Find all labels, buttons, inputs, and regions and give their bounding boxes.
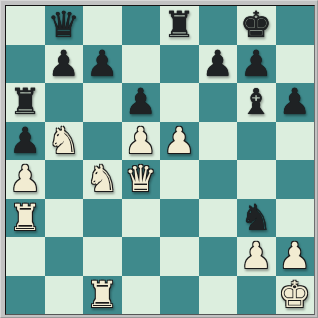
square-d6[interactable]: ♟ [122,83,161,122]
square-f6[interactable] [199,83,238,122]
square-d7[interactable] [122,45,161,84]
square-e5[interactable]: ♟ [160,122,199,161]
square-c2[interactable] [83,237,122,276]
square-f3[interactable] [199,199,238,238]
square-f5[interactable] [199,122,238,161]
square-g6[interactable]: ♝ [237,83,276,122]
square-a7[interactable] [6,45,45,84]
square-f1[interactable] [199,276,238,315]
piece-black-rook[interactable]: ♜ [163,6,195,45]
square-a1[interactable] [6,276,45,315]
square-c7[interactable]: ♟ [83,45,122,84]
piece-white-pawn[interactable]: ♟ [9,160,41,199]
square-e7[interactable] [160,45,199,84]
square-g3[interactable]: ♞ [237,199,276,238]
square-e2[interactable] [160,237,199,276]
square-c8[interactable] [83,6,122,45]
square-e6[interactable] [160,83,199,122]
square-b2[interactable] [45,237,84,276]
piece-white-pawn[interactable]: ♟ [163,122,195,161]
square-a8[interactable] [6,6,45,45]
square-c3[interactable] [83,199,122,238]
piece-white-knight[interactable]: ♞ [86,160,118,199]
square-b4[interactable] [45,160,84,199]
square-d8[interactable] [122,6,161,45]
square-a3[interactable]: ♜ [6,199,45,238]
square-e4[interactable] [160,160,199,199]
board-border: ♛♜♚♟♟♟♟♜♟♝♟♟♞♟♟♟♞♛♜♞♟♟♜♚ [5,5,315,315]
square-h1[interactable]: ♚ [276,276,315,315]
square-h5[interactable] [276,122,315,161]
square-c4[interactable]: ♞ [83,160,122,199]
piece-black-rook[interactable]: ♜ [9,83,41,122]
square-g4[interactable] [237,160,276,199]
square-d1[interactable] [122,276,161,315]
square-b6[interactable] [45,83,84,122]
square-g5[interactable] [237,122,276,161]
square-c5[interactable] [83,122,122,161]
square-h3[interactable] [276,199,315,238]
square-d4[interactable]: ♛ [122,160,161,199]
chess-board: ♛♜♚♟♟♟♟♜♟♝♟♟♞♟♟♟♞♛♜♞♟♟♜♚ [6,6,314,314]
piece-black-pawn[interactable]: ♟ [202,45,234,84]
square-e8[interactable]: ♜ [160,6,199,45]
piece-white-pawn[interactable]: ♟ [279,237,311,276]
square-g1[interactable] [237,276,276,315]
piece-white-rook[interactable]: ♜ [9,199,41,238]
piece-black-pawn[interactable]: ♟ [48,45,80,84]
square-e3[interactable] [160,199,199,238]
square-c6[interactable] [83,83,122,122]
square-f7[interactable]: ♟ [199,45,238,84]
piece-black-bishop[interactable]: ♝ [240,83,272,122]
piece-white-rook[interactable]: ♜ [86,276,118,315]
square-b8[interactable]: ♛ [45,6,84,45]
square-b3[interactable] [45,199,84,238]
square-h6[interactable]: ♟ [276,83,315,122]
square-g2[interactable]: ♟ [237,237,276,276]
square-d3[interactable] [122,199,161,238]
piece-white-pawn[interactable]: ♟ [240,237,272,276]
piece-white-queen[interactable]: ♛ [125,160,157,199]
square-f4[interactable] [199,160,238,199]
piece-black-pawn[interactable]: ♟ [9,122,41,161]
square-c1[interactable]: ♜ [83,276,122,315]
square-d2[interactable] [122,237,161,276]
square-b5[interactable]: ♞ [45,122,84,161]
piece-black-pawn[interactable]: ♟ [86,45,118,84]
square-f2[interactable] [199,237,238,276]
piece-white-knight[interactable]: ♞ [48,122,80,161]
square-h8[interactable] [276,6,315,45]
square-h2[interactable]: ♟ [276,237,315,276]
square-g8[interactable]: ♚ [237,6,276,45]
piece-black-pawn[interactable]: ♟ [279,83,311,122]
square-g7[interactable]: ♟ [237,45,276,84]
piece-white-king[interactable]: ♚ [279,276,311,315]
square-b7[interactable]: ♟ [45,45,84,84]
square-a6[interactable]: ♜ [6,83,45,122]
piece-black-king[interactable]: ♚ [240,6,272,45]
square-a4[interactable]: ♟ [6,160,45,199]
piece-black-knight[interactable]: ♞ [240,199,272,238]
square-a2[interactable] [6,237,45,276]
piece-black-queen[interactable]: ♛ [48,6,80,45]
square-h7[interactable] [276,45,315,84]
piece-black-pawn[interactable]: ♟ [240,45,272,84]
square-d5[interactable]: ♟ [122,122,161,161]
board-frame: ♛♜♚♟♟♟♟♜♟♝♟♟♞♟♟♟♞♛♜♞♟♟♜♚ [0,0,318,318]
square-f8[interactable] [199,6,238,45]
square-e1[interactable] [160,276,199,315]
piece-black-pawn[interactable]: ♟ [125,83,157,122]
square-h4[interactable] [276,160,315,199]
piece-white-pawn[interactable]: ♟ [125,122,157,161]
square-a5[interactable]: ♟ [6,122,45,161]
square-b1[interactable] [45,276,84,315]
